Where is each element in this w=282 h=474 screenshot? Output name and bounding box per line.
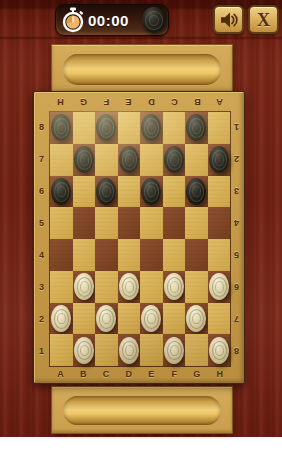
light-piece-f1[interactable] (164, 337, 184, 364)
square-f8[interactable] (163, 112, 186, 144)
square-f7[interactable] (163, 144, 186, 176)
dark-piece-g6[interactable] (186, 178, 206, 205)
timer-panel: 00:00 (55, 4, 169, 36)
square-g8[interactable] (185, 112, 208, 144)
square-d8[interactable] (118, 112, 141, 144)
coordinate-label: H (49, 94, 72, 110)
dark-piece-c8[interactable] (96, 114, 116, 141)
light-piece-c2[interactable] (96, 305, 116, 332)
square-b8[interactable] (73, 112, 96, 144)
coordinate-label: H (208, 366, 231, 382)
light-piece-b1[interactable] (74, 337, 94, 364)
top-scroll-panel (51, 44, 233, 94)
coordinate-label: D (140, 94, 163, 110)
square-c5[interactable] (95, 207, 118, 239)
square-d4[interactable] (118, 239, 141, 271)
light-piece-d1[interactable] (119, 337, 139, 364)
square-d5[interactable] (118, 207, 141, 239)
square-d1[interactable] (118, 334, 141, 366)
dark-piece-a8[interactable] (51, 114, 71, 141)
coordinate-label: F (163, 366, 186, 382)
dark-piece-a6[interactable] (51, 178, 71, 205)
close-icon: X (257, 11, 270, 29)
square-e7[interactable] (140, 144, 163, 176)
dark-piece-e8[interactable] (141, 114, 161, 141)
light-piece-f3[interactable] (164, 273, 184, 300)
light-piece-d3[interactable] (119, 273, 139, 300)
square-c4[interactable] (95, 239, 118, 271)
square-c6[interactable] (95, 176, 118, 208)
dark-piece-d7[interactable] (119, 146, 139, 173)
dark-piece-c6[interactable] (96, 178, 116, 205)
coordinate-label: A (49, 366, 72, 382)
square-g1[interactable] (185, 334, 208, 366)
square-g6[interactable] (185, 176, 208, 208)
coordinate-label: 5 (34, 207, 49, 239)
square-d3[interactable] (118, 271, 141, 303)
square-a4[interactable] (50, 239, 73, 271)
square-e4[interactable] (140, 239, 163, 271)
dark-piece-g8[interactable] (186, 114, 206, 141)
coordinate-label: E (140, 366, 163, 382)
square-g4[interactable] (185, 239, 208, 271)
light-piece-h1[interactable] (209, 337, 229, 364)
coordinate-label: 6 (229, 271, 244, 303)
stopwatch-icon (61, 7, 85, 33)
coordinate-label: E (117, 94, 140, 110)
square-h3[interactable] (208, 271, 231, 303)
coordinate-label: A (208, 94, 231, 110)
speaker-icon (219, 11, 239, 29)
square-a2[interactable] (50, 303, 73, 335)
dark-piece-b7[interactable] (74, 146, 94, 173)
square-a1[interactable] (50, 334, 73, 366)
coordinate-label: 1 (229, 111, 244, 143)
top-roller (63, 54, 221, 85)
coordinate-label: 7 (34, 143, 49, 175)
coordinate-label: 2 (34, 303, 49, 335)
square-f6[interactable] (163, 176, 186, 208)
square-h4[interactable] (208, 239, 231, 271)
coordinate-label: D (117, 366, 140, 382)
square-g7[interactable] (185, 144, 208, 176)
square-b3[interactable] (73, 271, 96, 303)
square-a8[interactable] (50, 112, 73, 144)
square-e6[interactable] (140, 176, 163, 208)
file-labels-bottom: ABCDEFGH (49, 366, 231, 382)
timer-value: 00:00 (88, 12, 129, 29)
light-piece-g2[interactable] (186, 305, 206, 332)
square-f2[interactable] (163, 303, 186, 335)
square-b7[interactable] (73, 144, 96, 176)
square-g5[interactable] (185, 207, 208, 239)
square-f1[interactable] (163, 334, 186, 366)
coordinate-label: 6 (34, 175, 49, 207)
dark-piece-h7[interactable] (209, 146, 229, 173)
square-a5[interactable] (50, 207, 73, 239)
coordinate-label: C (163, 94, 186, 110)
coordinate-label: 4 (229, 207, 244, 239)
turn-indicator-piece (142, 7, 165, 33)
square-a7[interactable] (50, 144, 73, 176)
light-piece-a2[interactable] (51, 305, 71, 332)
square-b1[interactable] (73, 334, 96, 366)
square-a6[interactable] (50, 176, 73, 208)
rank-labels-right: 12345678 (229, 111, 244, 367)
square-h7[interactable] (208, 144, 231, 176)
coordinate-label: C (95, 366, 118, 382)
close-button[interactable]: X (248, 5, 279, 34)
coordinate-label: 3 (34, 271, 49, 303)
square-g3[interactable] (185, 271, 208, 303)
square-c1[interactable] (95, 334, 118, 366)
square-c3[interactable] (95, 271, 118, 303)
square-h1[interactable] (208, 334, 231, 366)
square-e3[interactable] (140, 271, 163, 303)
light-piece-e2[interactable] (141, 305, 161, 332)
bottom-roller (63, 396, 221, 425)
coordinate-label: 4 (34, 239, 49, 271)
dark-piece-f7[interactable] (164, 146, 184, 173)
coordinate-label: 3 (229, 175, 244, 207)
square-b4[interactable] (73, 239, 96, 271)
light-piece-b3[interactable] (74, 273, 94, 300)
light-piece-h3[interactable] (209, 273, 229, 300)
coordinate-label: B (186, 94, 209, 110)
square-e8[interactable] (140, 112, 163, 144)
coordinate-label: B (72, 366, 95, 382)
square-h5[interactable] (208, 207, 231, 239)
wood-background: 00:00 X HGFEDCBA 87654321 12345678 ABCDE… (0, 0, 282, 437)
square-e5[interactable] (140, 207, 163, 239)
square-h8[interactable] (208, 112, 231, 144)
coordinate-label: 5 (229, 239, 244, 271)
square-c8[interactable] (95, 112, 118, 144)
board-grid (49, 111, 231, 367)
dark-piece-e6[interactable] (141, 178, 161, 205)
square-h2[interactable] (208, 303, 231, 335)
bottom-scroll-panel (51, 386, 233, 434)
coordinate-label: G (186, 366, 209, 382)
square-e2[interactable] (140, 303, 163, 335)
coordinate-label: G (72, 94, 95, 110)
square-f3[interactable] (163, 271, 186, 303)
square-a3[interactable] (50, 271, 73, 303)
coordinate-label: 1 (34, 335, 49, 367)
square-h6[interactable] (208, 176, 231, 208)
rank-labels-left: 87654321 (34, 111, 49, 367)
square-b5[interactable] (73, 207, 96, 239)
sound-button[interactable] (213, 5, 244, 34)
coordinate-label: F (95, 94, 118, 110)
square-g2[interactable] (185, 303, 208, 335)
square-b6[interactable] (73, 176, 96, 208)
square-d7[interactable] (118, 144, 141, 176)
coordinate-label: 8 (34, 111, 49, 143)
square-c7[interactable] (95, 144, 118, 176)
square-f5[interactable] (163, 207, 186, 239)
checkers-board: HGFEDCBA 87654321 12345678 ABCDEFGH (33, 91, 245, 384)
square-c2[interactable] (95, 303, 118, 335)
file-labels-top: HGFEDCBA (49, 94, 231, 110)
square-e1[interactable] (140, 334, 163, 366)
square-d2[interactable] (118, 303, 141, 335)
square-f4[interactable] (163, 239, 186, 271)
coordinate-label: 8 (229, 335, 244, 367)
square-d6[interactable] (118, 176, 141, 208)
coordinate-label: 2 (229, 143, 244, 175)
square-b2[interactable] (73, 303, 96, 335)
coordinate-label: 7 (229, 303, 244, 335)
